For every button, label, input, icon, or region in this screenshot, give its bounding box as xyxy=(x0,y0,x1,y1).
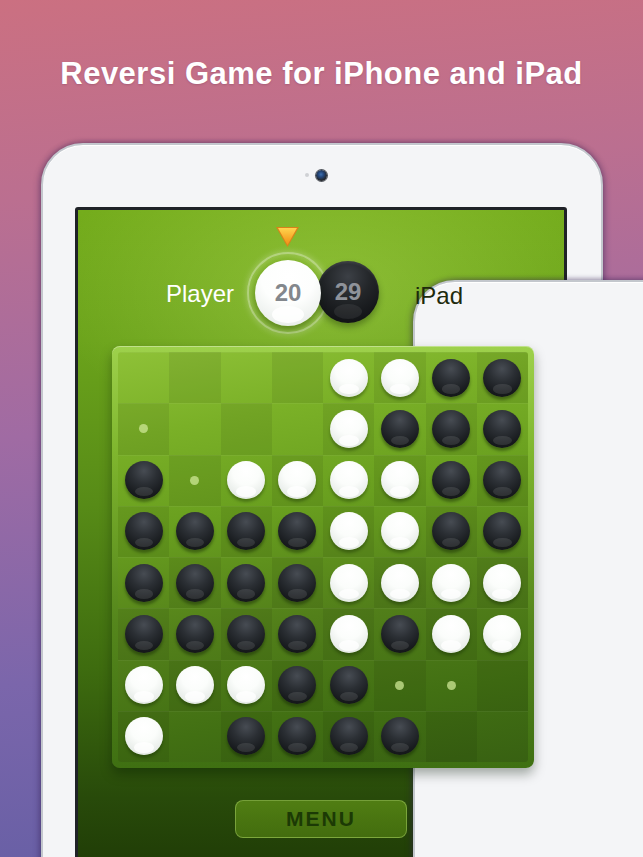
page-background: Reversi Game for iPhone and iPad Player … xyxy=(0,0,643,857)
black-disc xyxy=(227,717,265,755)
reversi-board xyxy=(118,352,528,762)
cell-h5[interactable] xyxy=(477,557,528,608)
cell-a3[interactable] xyxy=(118,455,169,506)
black-disc xyxy=(483,461,521,499)
cell-d5[interactable] xyxy=(272,557,323,608)
cell-a8[interactable] xyxy=(118,711,169,762)
ambient-light-sensor-icon xyxy=(305,173,309,177)
legal-move-dot xyxy=(139,424,148,433)
cell-g3[interactable] xyxy=(426,455,477,506)
cell-g7[interactable] xyxy=(426,660,477,711)
black-disc xyxy=(278,666,316,704)
cell-b2[interactable] xyxy=(169,403,220,454)
white-disc xyxy=(278,461,316,499)
cell-b7[interactable] xyxy=(169,660,220,711)
cell-e3[interactable] xyxy=(323,455,374,506)
cell-c4[interactable] xyxy=(221,506,272,557)
cell-d8[interactable] xyxy=(272,711,323,762)
cell-e4[interactable] xyxy=(323,506,374,557)
menu-button[interactable]: MENU xyxy=(235,800,407,838)
cell-a7[interactable] xyxy=(118,660,169,711)
cell-g1[interactable] xyxy=(426,352,477,403)
cell-h3[interactable] xyxy=(477,455,528,506)
white-disc xyxy=(330,564,368,602)
cell-e7[interactable] xyxy=(323,660,374,711)
black-disc xyxy=(125,512,163,550)
white-disc xyxy=(483,615,521,653)
white-disc xyxy=(381,512,419,550)
cell-h6[interactable] xyxy=(477,608,528,659)
cell-g2[interactable] xyxy=(426,403,477,454)
page-title: Reversi Game for iPhone and iPad xyxy=(0,56,643,92)
legal-move-dot xyxy=(395,681,404,690)
cell-b1[interactable] xyxy=(169,352,220,403)
cell-c7[interactable] xyxy=(221,660,272,711)
cell-d6[interactable] xyxy=(272,608,323,659)
cell-f3[interactable] xyxy=(374,455,425,506)
black-disc xyxy=(176,512,214,550)
cell-g8[interactable] xyxy=(426,711,477,762)
turn-indicator-triangle-icon xyxy=(278,228,297,245)
black-disc xyxy=(278,512,316,550)
white-disc xyxy=(432,615,470,653)
cell-b8[interactable] xyxy=(169,711,220,762)
white-disc xyxy=(125,717,163,755)
cell-c2[interactable] xyxy=(221,403,272,454)
white-disc xyxy=(227,461,265,499)
cell-d2[interactable] xyxy=(272,403,323,454)
cell-g5[interactable] xyxy=(426,557,477,608)
black-disc xyxy=(432,512,470,550)
cell-b3[interactable] xyxy=(169,455,220,506)
cell-b4[interactable] xyxy=(169,506,220,557)
cell-c8[interactable] xyxy=(221,711,272,762)
cell-a4[interactable] xyxy=(118,506,169,557)
white-disc xyxy=(381,359,419,397)
cell-c6[interactable] xyxy=(221,608,272,659)
legal-move-dot xyxy=(447,681,456,690)
white-disc xyxy=(432,564,470,602)
legal-move-dot xyxy=(190,476,199,485)
black-disc xyxy=(227,615,265,653)
cell-h7[interactable] xyxy=(477,660,528,711)
white-disc xyxy=(381,461,419,499)
black-disc xyxy=(176,564,214,602)
white-disc xyxy=(330,615,368,653)
cell-h1[interactable] xyxy=(477,352,528,403)
player-label: Player xyxy=(166,280,234,308)
board-frame xyxy=(112,346,534,768)
black-disc xyxy=(278,615,316,653)
black-disc xyxy=(278,564,316,602)
cell-c1[interactable] xyxy=(221,352,272,403)
black-disc xyxy=(278,717,316,755)
cell-f8[interactable] xyxy=(374,711,425,762)
white-disc xyxy=(330,461,368,499)
white-score-disc: 20 xyxy=(255,260,321,326)
cell-h4[interactable] xyxy=(477,506,528,557)
black-disc xyxy=(330,717,368,755)
black-disc xyxy=(227,512,265,550)
black-score-value: 29 xyxy=(335,278,362,306)
cell-f1[interactable] xyxy=(374,352,425,403)
cell-c5[interactable] xyxy=(221,557,272,608)
black-disc xyxy=(125,615,163,653)
cell-a6[interactable] xyxy=(118,608,169,659)
cell-d3[interactable] xyxy=(272,455,323,506)
cell-b5[interactable] xyxy=(169,557,220,608)
black-disc xyxy=(483,512,521,550)
cell-e2[interactable] xyxy=(323,403,374,454)
black-score-disc: 29 xyxy=(317,261,379,323)
white-disc xyxy=(125,666,163,704)
white-disc xyxy=(176,666,214,704)
black-disc xyxy=(483,359,521,397)
black-disc xyxy=(176,615,214,653)
cell-f5[interactable] xyxy=(374,557,425,608)
cell-g4[interactable] xyxy=(426,506,477,557)
cell-a5[interactable] xyxy=(118,557,169,608)
cell-c3[interactable] xyxy=(221,455,272,506)
black-disc xyxy=(381,717,419,755)
game-screen: Player 29 20 iPad MENU xyxy=(75,207,567,857)
white-score-value: 20 xyxy=(275,279,302,307)
cell-f6[interactable] xyxy=(374,608,425,659)
front-camera-icon xyxy=(316,170,327,181)
white-disc xyxy=(330,410,368,448)
cell-f2[interactable] xyxy=(374,403,425,454)
black-disc xyxy=(432,359,470,397)
white-disc xyxy=(330,512,368,550)
black-disc xyxy=(125,461,163,499)
ipad-frame: Player 29 20 iPad MENU xyxy=(41,143,603,857)
cell-f4[interactable] xyxy=(374,506,425,557)
cell-e6[interactable] xyxy=(323,608,374,659)
cell-e5[interactable] xyxy=(323,557,374,608)
cell-b6[interactable] xyxy=(169,608,220,659)
black-disc xyxy=(330,666,368,704)
white-disc xyxy=(483,564,521,602)
cell-a1[interactable] xyxy=(118,352,169,403)
cell-d4[interactable] xyxy=(272,506,323,557)
black-disc xyxy=(483,410,521,448)
black-disc xyxy=(125,564,163,602)
cell-g6[interactable] xyxy=(426,608,477,659)
cell-h2[interactable] xyxy=(477,403,528,454)
cell-d1[interactable] xyxy=(272,352,323,403)
black-disc xyxy=(381,410,419,448)
black-disc xyxy=(227,564,265,602)
cell-h8[interactable] xyxy=(477,711,528,762)
black-disc xyxy=(381,615,419,653)
white-disc xyxy=(330,359,368,397)
white-disc xyxy=(227,666,265,704)
cell-e8[interactable] xyxy=(323,711,374,762)
cell-e1[interactable] xyxy=(323,352,374,403)
white-disc xyxy=(381,564,419,602)
black-disc xyxy=(432,461,470,499)
black-disc xyxy=(432,410,470,448)
cell-f7[interactable] xyxy=(374,660,425,711)
cell-a2[interactable] xyxy=(118,403,169,454)
cell-d7[interactable] xyxy=(272,660,323,711)
